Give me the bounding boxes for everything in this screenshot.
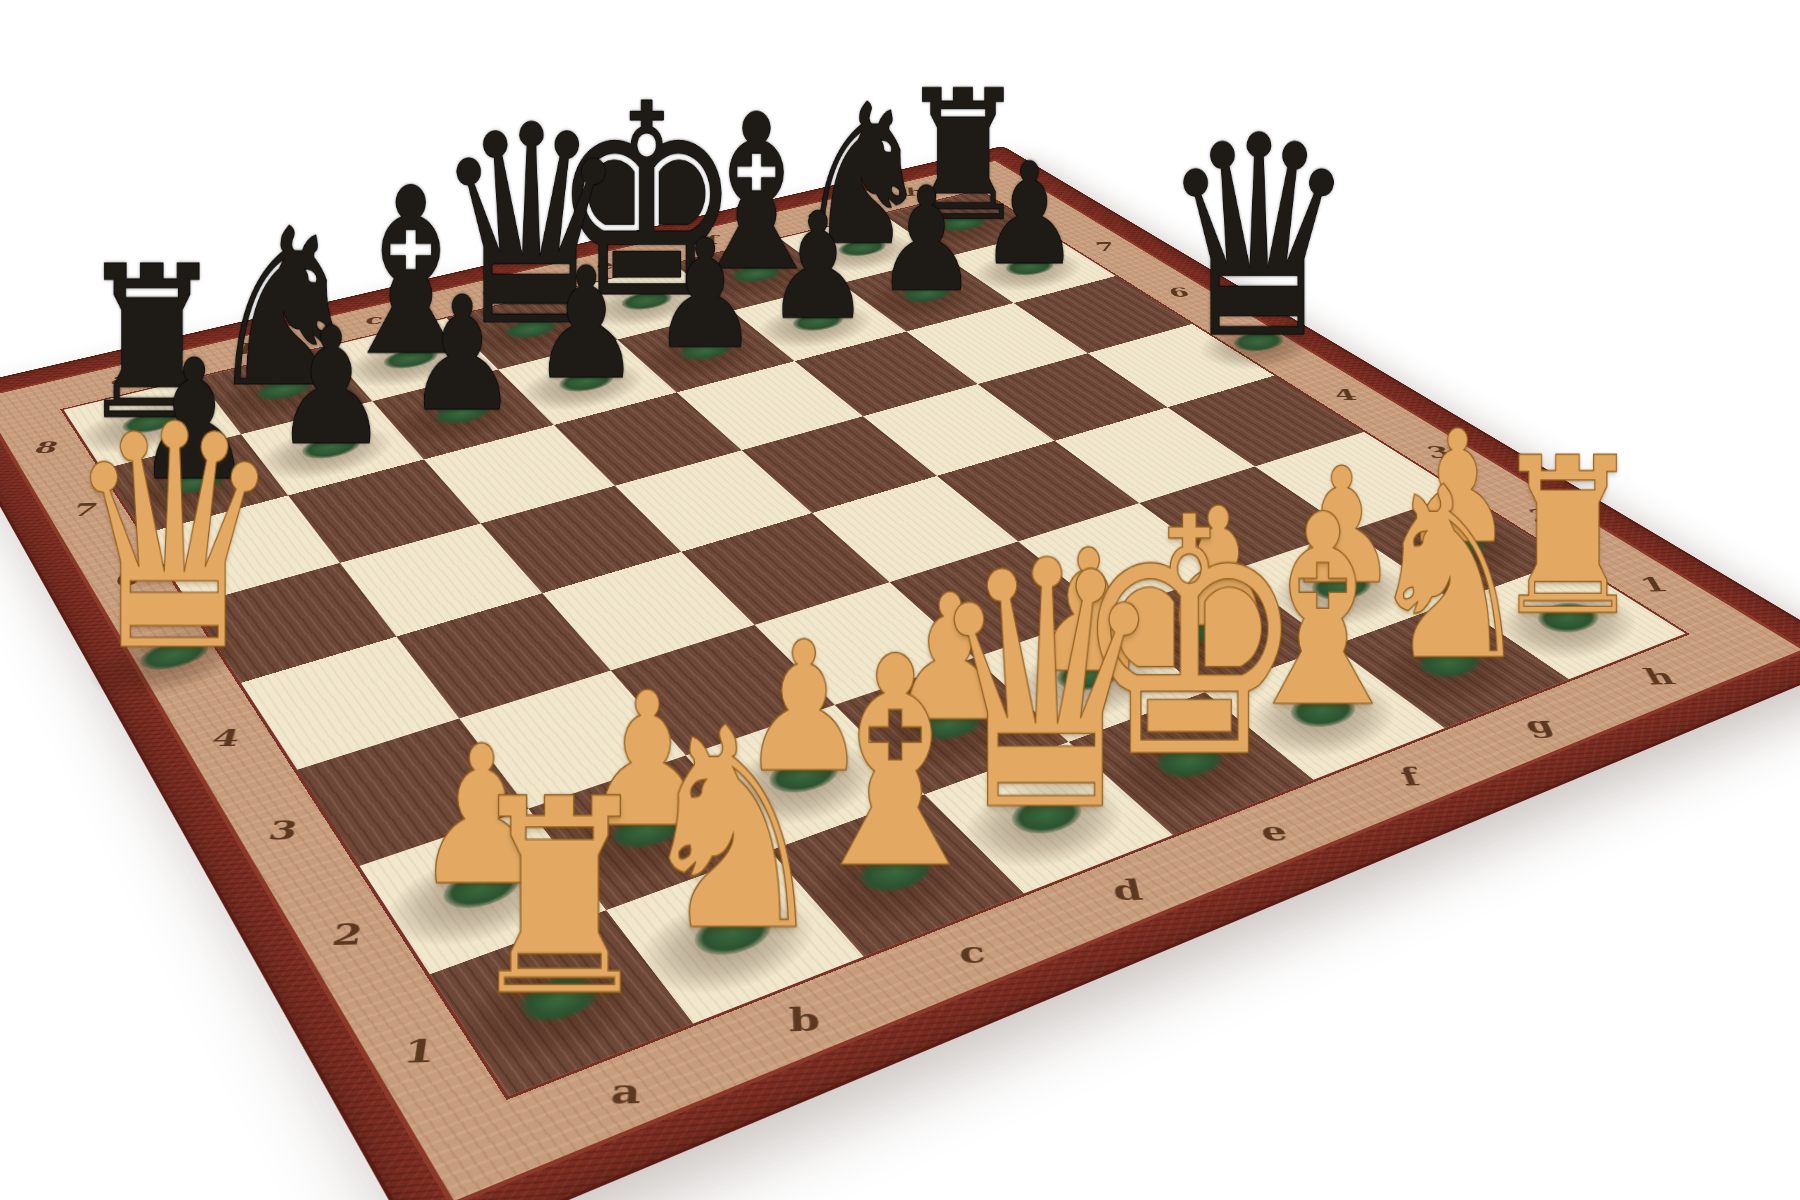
file-label-bottom-f: f	[1397, 765, 1423, 789]
board-outer-edge: ♜♞♝♛♚♝♞♜♟♟♟♟♟♟♟♟♟♟♟♟♟♟♟♟♜♞♝♛♚♝♞♜ 88aa77b…	[0, 146, 1800, 1200]
white-knight-b1[interactable]: ♞	[633, 691, 832, 969]
file-label-bottom-c: c	[957, 938, 987, 968]
chess-board: ♜♞♝♛♚♝♞♜♟♟♟♟♟♟♟♟♟♟♟♟♟♟♟♟♜♞♝♛♚♝♞♜ 88aa77b…	[0, 146, 1800, 1200]
square-a1[interactable]: ♜	[430, 910, 693, 1096]
white-rook-a1[interactable]: ♜	[463, 764, 657, 1034]
rank-label-left-3: 3	[266, 818, 300, 844]
file-label-bottom-h: h	[1640, 666, 1679, 688]
black-pawn-e7[interactable]: ♟	[651, 219, 759, 370]
file-label-bottom-g: g	[1520, 714, 1557, 737]
photo-scene: ♜♞♝♛♚♝♞♜♟♟♟♟♟♟♟♟♟♟♟♟♟♟♟♟♜♞♝♛♚♝♞♜ 88aa77b…	[0, 0, 1800, 1200]
file-label-bottom-d: d	[1110, 877, 1145, 905]
rank-label-left-2: 2	[330, 920, 365, 949]
rank-label-left-8: 8	[31, 440, 61, 456]
spare-black-queen[interactable]: ♛	[1159, 100, 1358, 378]
black-pawn-b7[interactable]: ♟	[273, 306, 389, 468]
rank-label-left-4: 4	[209, 726, 242, 749]
square-b5[interactable]	[339, 523, 542, 636]
black-pawn-g7[interactable]: ♟	[875, 168, 978, 312]
rank-label-left-1: 1	[401, 1035, 437, 1068]
rank-label-right-4: 4	[1331, 387, 1359, 402]
board-squares: ♜♞♝♛♚♝♞♜♟♟♟♟♟♟♟♟♟♟♟♟♟♟♟♟♜♞♝♛♚♝♞♜	[64, 191, 1686, 1096]
file-label-bottom-a: a	[610, 1075, 641, 1109]
file-label-bottom-b: b	[789, 1004, 822, 1036]
spare-white-queen[interactable]: ♛	[63, 385, 285, 695]
file-label-bottom-e: e	[1257, 819, 1291, 845]
black-pawn-d7[interactable]: ♟	[531, 247, 642, 401]
black-pawn-c7[interactable]: ♟	[405, 275, 518, 433]
black-pawn-f7[interactable]: ♟	[765, 193, 871, 340]
black-pawn-h7[interactable]: ♟	[979, 144, 1080, 285]
rank-label-right-7: 7	[1094, 241, 1116, 253]
coordinate-border: ♜♞♝♛♚♝♞♜♟♟♟♟♟♟♟♟♟♟♟♟♟♟♟♟♜♞♝♛♚♝♞♜ 88aa77b…	[0, 159, 1800, 1200]
